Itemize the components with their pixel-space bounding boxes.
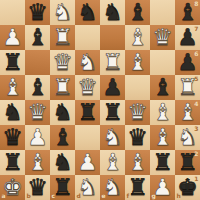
square-g7[interactable]: ♛ — [150, 25, 175, 50]
square-g1[interactable]: ♟g — [150, 175, 175, 200]
square-b1[interactable]: ♛b — [25, 175, 50, 200]
white-knight[interactable]: ♞ — [77, 50, 98, 75]
white-bishop[interactable]: ♝ — [127, 150, 148, 175]
black-rook[interactable]: ♜ — [77, 100, 98, 125]
file-label-d: d — [77, 193, 81, 199]
square-f6[interactable]: ♝ — [125, 50, 150, 75]
square-h3[interactable]: ♞3 — [175, 125, 200, 150]
white-pawn[interactable]: ♟ — [27, 125, 48, 150]
square-f2[interactable]: ♝ — [125, 150, 150, 175]
white-bishop[interactable]: ♝ — [27, 150, 48, 175]
file-label-e: e — [102, 193, 106, 199]
black-knight[interactable]: ♞ — [2, 100, 23, 125]
white-queen[interactable]: ♛ — [127, 100, 148, 125]
black-knight[interactable]: ♞ — [77, 0, 98, 25]
square-c6[interactable]: ♛ — [50, 50, 75, 75]
black-knight[interactable]: ♞ — [52, 100, 73, 125]
square-h5[interactable]: ♜5 — [175, 75, 200, 100]
square-f7[interactable]: ♝ — [125, 25, 150, 50]
square-a4[interactable]: ♞ — [0, 100, 25, 125]
square-b5[interactable]: ♝ — [25, 75, 50, 100]
white-bishop[interactable]: ♝ — [102, 150, 123, 175]
white-bishop[interactable]: ♝ — [127, 50, 148, 75]
white-knight[interactable]: ♞ — [52, 0, 73, 25]
white-rook[interactable]: ♜ — [52, 75, 73, 100]
black-rook[interactable]: ♜ — [102, 100, 123, 125]
black-rook[interactable]: ♜ — [52, 175, 73, 200]
square-e3[interactable]: ♞ — [100, 125, 125, 150]
white-bishop[interactable]: ♝ — [152, 100, 173, 125]
square-h4[interactable]: ♝4 — [175, 100, 200, 125]
square-c5[interactable]: ♜ — [50, 75, 75, 100]
file-label-f: f — [127, 193, 130, 199]
square-a2[interactable]: ♜ — [0, 150, 25, 175]
square-a8[interactable] — [0, 0, 25, 25]
file-label-g: g — [152, 193, 156, 199]
black-rook[interactable]: ♜ — [152, 150, 173, 175]
square-e4[interactable]: ♜ — [100, 100, 125, 125]
square-d1[interactable]: ♞d — [75, 175, 100, 200]
square-c8[interactable]: ♞ — [50, 0, 75, 25]
white-bishop[interactable]: ♝ — [152, 125, 173, 150]
square-b8[interactable]: ♛ — [25, 0, 50, 25]
rank-label-2: 2 — [194, 151, 198, 157]
black-pawn[interactable]: ♟ — [102, 75, 123, 100]
file-label-c: c — [52, 193, 56, 199]
black-bishop[interactable]: ♝ — [127, 0, 148, 25]
square-h8[interactable]: ♝8 — [175, 0, 200, 25]
black-knight[interactable]: ♞ — [102, 0, 123, 25]
square-d6[interactable]: ♞ — [75, 50, 100, 75]
square-a3[interactable]: ♛ — [0, 125, 25, 150]
white-rook[interactable]: ♜ — [102, 50, 123, 75]
square-g6[interactable] — [150, 50, 175, 75]
square-h7[interactable]: ♟7 — [175, 25, 200, 50]
white-queen[interactable]: ♛ — [77, 75, 98, 100]
white-rook[interactable]: ♜ — [52, 25, 73, 50]
square-g4[interactable]: ♝ — [150, 100, 175, 125]
square-f3[interactable]: ♛ — [125, 125, 150, 150]
square-d7[interactable] — [75, 25, 100, 50]
square-g2[interactable]: ♜ — [150, 150, 175, 175]
rank-label-8: 8 — [194, 1, 198, 7]
square-f1[interactable]: ♜f — [125, 175, 150, 200]
white-pawn[interactable]: ♟ — [77, 150, 98, 175]
black-queen[interactable]: ♛ — [2, 125, 23, 150]
black-bishop[interactable]: ♝ — [152, 75, 173, 100]
square-e8[interactable]: ♞ — [100, 0, 125, 25]
square-d8[interactable]: ♞ — [75, 0, 100, 25]
black-bishop[interactable]: ♝ — [27, 25, 48, 50]
square-c3[interactable]: ♝ — [50, 125, 75, 150]
rank-label-3: 3 — [194, 126, 198, 132]
chess-app: ♛♞♞♞♝♝8♟♝♜♝♛♟7♜♛♞♜♝♟6♝♝♜♛♟♝♜5♞♛♞♜♜♛♝♝4♛♟… — [0, 0, 200, 200]
square-b2[interactable]: ♝ — [25, 150, 50, 175]
black-rook[interactable]: ♜ — [2, 150, 23, 175]
square-g5[interactable]: ♝ — [150, 75, 175, 100]
black-rook[interactable]: ♜ — [2, 50, 23, 75]
square-e1[interactable]: ♞e — [100, 175, 125, 200]
square-c2[interactable]: ♞ — [50, 150, 75, 175]
black-knight[interactable]: ♞ — [52, 150, 73, 175]
black-bishop[interactable]: ♝ — [27, 75, 48, 100]
square-b4[interactable]: ♛ — [25, 100, 50, 125]
square-e7[interactable] — [100, 25, 125, 50]
square-e5[interactable]: ♟ — [100, 75, 125, 100]
square-b3[interactable]: ♟ — [25, 125, 50, 150]
white-queen[interactable]: ♛ — [52, 50, 73, 75]
square-c1[interactable]: ♜c — [50, 175, 75, 200]
square-g3[interactable]: ♝ — [150, 125, 175, 150]
square-g8[interactable] — [150, 0, 175, 25]
square-c4[interactable]: ♞ — [50, 100, 75, 125]
square-f8[interactable]: ♝ — [125, 0, 150, 25]
white-queen[interactable]: ♛ — [27, 100, 48, 125]
rank-label-6: 6 — [194, 51, 198, 57]
white-knight[interactable]: ♞ — [102, 125, 123, 150]
square-a1[interactable]: ♚a — [0, 175, 25, 200]
white-pawn[interactable]: ♟ — [2, 25, 23, 50]
square-d4[interactable]: ♜ — [75, 100, 100, 125]
square-c7[interactable]: ♜ — [50, 25, 75, 50]
white-queen[interactable]: ♛ — [152, 25, 173, 50]
square-a6[interactable]: ♜ — [0, 50, 25, 75]
square-f4[interactable]: ♛ — [125, 100, 150, 125]
rank-label-7: 7 — [194, 26, 198, 32]
black-bishop[interactable]: ♝ — [52, 125, 73, 150]
square-b6[interactable] — [25, 50, 50, 75]
square-b7[interactable]: ♝ — [25, 25, 50, 50]
black-rook[interactable]: ♜ — [127, 175, 148, 200]
black-queen[interactable]: ♛ — [27, 0, 48, 25]
white-bishop[interactable]: ♝ — [2, 75, 23, 100]
square-f5[interactable] — [125, 75, 150, 100]
square-d2[interactable]: ♟ — [75, 150, 100, 175]
black-queen[interactable]: ♛ — [127, 125, 148, 150]
rank-label-4: 4 — [194, 101, 198, 107]
rank-label-1: 1 — [194, 176, 198, 182]
square-e2[interactable]: ♝ — [100, 150, 125, 175]
square-h6[interactable]: ♟6 — [175, 50, 200, 75]
square-a7[interactable]: ♟ — [0, 25, 25, 50]
chess-board: ♛♞♞♞♝♝8♟♝♜♝♛♟7♜♛♞♜♝♟6♝♝♜♛♟♝♜5♞♛♞♜♜♛♝♝4♛♟… — [0, 0, 200, 200]
file-label-h: h — [177, 193, 181, 199]
square-h1[interactable]: ♚h1 — [175, 175, 200, 200]
square-h2[interactable]: ♜2 — [175, 150, 200, 175]
square-e6[interactable]: ♜ — [100, 50, 125, 75]
file-label-a: a — [2, 193, 6, 199]
square-d3[interactable] — [75, 125, 100, 150]
file-label-b: b — [27, 193, 31, 199]
white-bishop[interactable]: ♝ — [127, 25, 148, 50]
square-d5[interactable]: ♛ — [75, 75, 100, 100]
square-a5[interactable]: ♝ — [0, 75, 25, 100]
rank-label-5: 5 — [194, 76, 198, 82]
